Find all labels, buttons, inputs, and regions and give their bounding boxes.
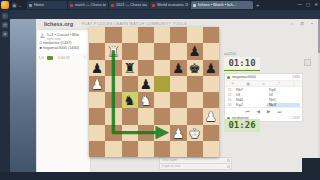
move-number: 34: [225, 103, 234, 107]
square-a3[interactable]: [89, 108, 105, 124]
square-b8[interactable]: [105, 27, 121, 43]
square-c6[interactable]: ♜: [122, 60, 138, 76]
chess-board[interactable]: ♜♟♟♜♟♚♟♟♟♞♞♟♟♚: [89, 27, 219, 157]
browser-tab[interactable]: Home: [27, 1, 67, 9]
move-row: 33Nd4Ne5: [225, 97, 302, 102]
square-c3[interactable]: [122, 108, 138, 124]
browser-address-bar: ← → ⟳ free tv — https://lichess.org/tv —…: [0, 10, 320, 19]
square-g7[interactable]: ♟: [187, 43, 203, 59]
tab-favicon: [193, 4, 196, 7]
bottom-dark-band: [0, 172, 320, 180]
square-h2[interactable]: [203, 125, 219, 141]
move-toolbar-icon[interactable]: ▦: [247, 82, 250, 86]
white-move[interactable]: h3: [234, 93, 267, 97]
square-b2[interactable]: [105, 125, 121, 141]
square-b5[interactable]: [105, 76, 121, 92]
square-d5[interactable]: ♟: [138, 76, 154, 92]
move-toolbar-icon[interactable]: ≡: [262, 82, 264, 86]
piece-white-p[interactable]: ♟: [89, 76, 105, 92]
black-move[interactable]: Nc4: [267, 103, 300, 107]
side-strip-icon[interactable]: ▤: [2, 22, 8, 28]
square-h1[interactable]: [203, 141, 219, 157]
piece-black-p[interactable]: ♟: [138, 76, 154, 92]
square-g2[interactable]: ♚: [187, 125, 203, 141]
square-e1[interactable]: [154, 141, 170, 157]
piece-white-p[interactable]: ♟: [203, 108, 219, 124]
square-g1[interactable]: [187, 141, 203, 157]
window-controls: —▢✕: [297, 0, 318, 10]
move-nav-icon[interactable]: ◀: [257, 109, 260, 114]
game-started-ago: right now: [47, 37, 79, 41]
square-a7[interactable]: [89, 43, 105, 59]
square-e3[interactable]: [154, 108, 170, 124]
square-f4[interactable]: [170, 92, 186, 108]
square-h4[interactable]: [203, 92, 219, 108]
square-d3[interactable]: [138, 108, 154, 124]
square-c2[interactable]: [122, 125, 138, 141]
square-b4[interactable]: [105, 92, 121, 108]
move-nav-icon[interactable]: ▶: [267, 109, 270, 114]
move-number: 31: [225, 88, 234, 92]
square-f7[interactable]: [170, 43, 186, 59]
black-player-name: negamax3000: [232, 75, 256, 79]
tab-title: lichess • Watch • lich…: [198, 3, 237, 7]
side-strip-icon[interactable]: ◉: [2, 31, 8, 37]
move-number: 32: [225, 93, 234, 97]
clock-top-progress: [224, 70, 260, 71]
move-list-panel: negamax3000 1460 ↶▦≡⤢⋮ 31Rb7Kg632h3h633N…: [224, 73, 303, 122]
scrollbar-thumb[interactable]: [318, 19, 320, 53]
side-strip-icon[interactable]: ◐: [2, 13, 8, 19]
move-nav-icon[interactable]: ⏭: [277, 109, 281, 114]
tab-title: watch — Chess tour…: [75, 3, 106, 7]
black-move[interactable]: h6: [267, 93, 300, 97]
move-row: 31Rb7Kg6: [225, 87, 302, 92]
chat-input-bar[interactable]: Login to chat: [159, 163, 232, 170]
square-f8[interactable]: [170, 27, 186, 43]
app-logo-icon[interactable]: [1, 1, 9, 9]
square-g4[interactable]: [187, 92, 203, 108]
square-f2[interactable]: ♟: [170, 125, 186, 141]
square-f6[interactable]: ♟: [170, 60, 186, 76]
edit-icon[interactable]: ✎: [83, 55, 86, 60]
square-d7[interactable]: [138, 43, 154, 59]
piece-white-k[interactable]: ♚: [187, 125, 203, 141]
square-g8[interactable]: [187, 27, 203, 43]
square-e2[interactable]: [154, 125, 170, 141]
move-row: 32h3h6: [225, 92, 302, 97]
piece-black-p[interactable]: ♟: [89, 60, 105, 76]
black-move[interactable]: Ne5: [267, 98, 300, 102]
browser-tab[interactable]: lichess • Watch • lich…: [191, 1, 253, 9]
move-number: 33: [225, 98, 234, 102]
site-nav-links[interactable]: PLAY PUZZLES LEARN WATCH COMMUNITY TOOLS: [82, 22, 187, 26]
clock-bottom-active: 01:26: [224, 119, 260, 132]
square-c4[interactable]: ♞: [122, 92, 138, 108]
browser-tab[interactable]: watch — Chess tour…: [68, 1, 108, 9]
new-tab-button[interactable]: +: [256, 1, 260, 10]
game-meta-box: ♙ 5+3 • Casual • Blitz right now □ neoko…: [39, 32, 88, 53]
browser-tab[interactable]: 2021 — Chess tourn…: [109, 1, 149, 9]
square-a2[interactable]: [89, 125, 105, 141]
online-dot-icon: [227, 76, 230, 79]
piece-black-p[interactable]: ♟: [170, 60, 186, 76]
move-nav-buttons: ⏮◀▶⏭: [225, 107, 302, 115]
square-a5[interactable]: ♟: [89, 76, 105, 92]
square-d2[interactable]: [138, 125, 154, 141]
piece-white-p[interactable]: ♟: [170, 125, 186, 141]
tab-title: 2021 — Chess tourn…: [116, 3, 147, 7]
piece-black-k[interactable]: ♚: [187, 60, 203, 76]
move-rows: 31Rb7Kg632h3h633Nd4Ne534Kg2Nc4: [225, 87, 302, 107]
move-nav-icon[interactable]: ⏮: [245, 109, 249, 114]
game-time-control: 5+3 • Casual • Blitz: [47, 33, 79, 37]
black-move[interactable]: Kg6: [267, 88, 300, 92]
square-c7[interactable]: [122, 43, 138, 59]
square-a6[interactable]: ♟: [89, 60, 105, 76]
tab-favicon: [29, 4, 32, 7]
tab-favicon: [111, 4, 114, 7]
white-move[interactable]: Kg2: [234, 103, 267, 107]
piece-white-n[interactable]: ♞: [138, 92, 154, 108]
window-control-icon[interactable]: ▢: [306, 0, 310, 10]
window-control-icon[interactable]: —: [297, 0, 302, 10]
square-c5[interactable]: [122, 76, 138, 92]
chat-send-icon[interactable]: [227, 165, 230, 168]
square-b6[interactable]: [105, 60, 121, 76]
square-g3[interactable]: [187, 108, 203, 124]
opponent-note[interactable]: aa2200: [224, 52, 236, 56]
elapsed-time: 0:00:37: [58, 56, 70, 60]
clock-top: 01:10: [224, 57, 260, 69]
square-h5[interactable]: [203, 76, 219, 92]
square-a1[interactable]: [89, 141, 105, 157]
browser-tab-bar: ▣ ⌄ Homewatch — Chess tour…2021 — Chess …: [0, 0, 320, 10]
square-e5[interactable]: [154, 76, 170, 92]
tab-favicon: [152, 4, 155, 7]
square-a8[interactable]: [89, 27, 105, 43]
piece-black-r[interactable]: ♜: [122, 60, 138, 76]
browser-side-strip: ◐▤◉: [0, 10, 10, 180]
white-move[interactable]: Nd4: [234, 98, 267, 102]
square-g5[interactable]: [187, 76, 203, 92]
square-b1[interactable]: [105, 141, 121, 157]
score-bar: 1-0 0:00:37 ✎: [39, 54, 88, 61]
browser-tab[interactable]: World economic 20…: [150, 1, 190, 9]
square-d4[interactable]: ♞: [138, 92, 154, 108]
tab-favicon: [70, 4, 73, 7]
move-list-toolbar: ↶▦≡⤢⋮: [225, 80, 302, 87]
black-player-line[interactable]: ■ negamax3000 (1460): [39, 45, 88, 50]
square-e6[interactable]: [154, 60, 170, 76]
move-toolbar-icon[interactable]: ⤢: [277, 82, 280, 86]
game-type-icon: ♙: [40, 33, 45, 41]
left-column: ♙ 5+3 • Casual • Blitz right now □ neoko…: [36, 29, 91, 174]
tab-title: World economic 20…: [157, 3, 188, 7]
square-f3[interactable]: [170, 108, 186, 124]
lichess-logo[interactable]: lichess.org: [44, 21, 73, 27]
square-e7[interactable]: [154, 43, 170, 59]
white-move[interactable]: Rb7: [234, 88, 267, 92]
black-player-rating: 1460: [292, 75, 300, 79]
settings-square-button[interactable]: [304, 59, 311, 66]
square-g6[interactable]: ♚: [187, 60, 203, 76]
screen: ▣ ⌄ Homewatch — Chess tour…2021 — Chess …: [0, 0, 320, 180]
score-text: 1-0: [39, 56, 44, 60]
square-b3[interactable]: [105, 108, 121, 124]
square-f5[interactable]: [170, 76, 186, 92]
piece-black-n[interactable]: ♞: [122, 92, 138, 108]
square-d6[interactable]: [138, 60, 154, 76]
tab-overview-icon[interactable]: ▣ ⌄: [12, 1, 22, 9]
square-d8[interactable]: [138, 27, 154, 43]
piece-white-r[interactable]: ♜: [105, 43, 121, 59]
square-e4[interactable]: [154, 92, 170, 108]
move-toolbar-icon[interactable]: ⋮: [292, 82, 296, 86]
chat-input-placeholder: Login to chat: [162, 164, 180, 168]
square-a4[interactable]: [89, 92, 105, 108]
window-control-icon[interactable]: ✕: [314, 0, 318, 10]
piece-black-p[interactable]: ♟: [187, 43, 203, 59]
square-e8[interactable]: [154, 27, 170, 43]
white-player-rating: 1337: [292, 116, 300, 120]
square-d1[interactable]: [138, 141, 154, 157]
chat-toggle-icon[interactable]: [227, 159, 230, 162]
move-toolbar-icon[interactable]: ↶: [231, 82, 234, 86]
header-icons[interactable]: ⌕ ⚙ ▾: [290, 21, 316, 26]
square-h7[interactable]: [203, 43, 219, 59]
square-h8[interactable]: [203, 27, 219, 43]
square-c1[interactable]: [122, 141, 138, 157]
piece-black-p[interactable]: ♟: [203, 60, 219, 76]
square-f1[interactable]: [170, 141, 186, 157]
chat-room-label: Chat room: [162, 158, 177, 162]
tab-strip: Homewatch — Chess tour…2021 — Chess tour…: [27, 1, 260, 10]
square-c8[interactable]: [122, 27, 138, 43]
tab-title: Home: [34, 3, 44, 7]
live-indicator: [47, 56, 53, 60]
move-row: 34Kg2Nc4: [225, 102, 302, 107]
square-h6[interactable]: ♟: [203, 60, 219, 76]
square-b7[interactable]: ♜: [105, 43, 121, 59]
square-h3[interactable]: ♟: [203, 108, 219, 124]
page-background-gradient: [10, 19, 36, 172]
